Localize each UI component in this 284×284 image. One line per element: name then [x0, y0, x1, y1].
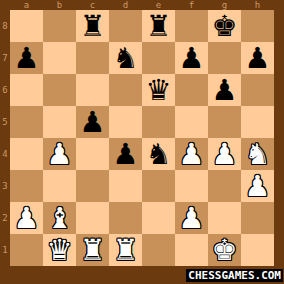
square-d1[interactable]: ♜	[109, 234, 142, 266]
chess-board: ♜♜♚♟♞♟♟♛♟♟♟♟♞♟♟♞♟♟♝♟♛♜♜♚	[10, 10, 274, 266]
white-rook: ♜	[113, 234, 139, 266]
rank-labels: 87654321	[0, 10, 10, 266]
square-b2[interactable]: ♝	[43, 202, 76, 234]
white-pawn: ♟	[14, 202, 40, 234]
square-b3[interactable]	[43, 170, 76, 202]
rank-label-2: 2	[0, 202, 10, 234]
square-h7[interactable]: ♟	[241, 42, 274, 74]
square-b4[interactable]: ♟	[43, 138, 76, 170]
square-c3[interactable]	[76, 170, 109, 202]
square-c1[interactable]: ♜	[76, 234, 109, 266]
black-knight: ♞	[146, 138, 172, 170]
file-label-g: g	[208, 0, 241, 10]
white-pawn: ♟	[179, 138, 205, 170]
square-a3[interactable]	[10, 170, 43, 202]
square-f3[interactable]	[175, 170, 208, 202]
square-g1[interactable]: ♚	[208, 234, 241, 266]
file-labels: abcdefgh	[10, 0, 274, 10]
rank-label-6: 6	[0, 74, 10, 106]
square-h3[interactable]: ♟	[241, 170, 274, 202]
square-d6[interactable]	[109, 74, 142, 106]
rank-label-5: 5	[0, 106, 10, 138]
white-pawn: ♟	[47, 138, 73, 170]
square-d8[interactable]	[109, 10, 142, 42]
white-pawn: ♟	[212, 138, 238, 170]
square-h8[interactable]	[241, 10, 274, 42]
square-d2[interactable]	[109, 202, 142, 234]
square-g8[interactable]: ♚	[208, 10, 241, 42]
square-c7[interactable]	[76, 42, 109, 74]
black-pawn: ♟	[245, 42, 271, 74]
square-c2[interactable]	[76, 202, 109, 234]
square-e8[interactable]: ♜	[142, 10, 175, 42]
square-e5[interactable]	[142, 106, 175, 138]
square-b1[interactable]: ♛	[43, 234, 76, 266]
square-h2[interactable]	[241, 202, 274, 234]
square-a6[interactable]	[10, 74, 43, 106]
black-rook: ♜	[80, 10, 106, 42]
square-b7[interactable]	[43, 42, 76, 74]
square-h5[interactable]	[241, 106, 274, 138]
square-d7[interactable]: ♞	[109, 42, 142, 74]
square-f1[interactable]	[175, 234, 208, 266]
file-label-a: a	[10, 0, 43, 10]
square-g6[interactable]: ♟	[208, 74, 241, 106]
rank-label-1: 1	[0, 234, 10, 266]
chess-diagram: abcdefgh 87654321 ♜♜♚♟♞♟♟♛♟♟♟♟♞♟♟♞♟♟♝♟♛♜…	[0, 0, 284, 284]
square-f6[interactable]	[175, 74, 208, 106]
square-c8[interactable]: ♜	[76, 10, 109, 42]
square-f2[interactable]: ♟	[175, 202, 208, 234]
square-g3[interactable]	[208, 170, 241, 202]
square-h4[interactable]: ♞	[241, 138, 274, 170]
black-knight: ♞	[113, 42, 139, 74]
square-a8[interactable]	[10, 10, 43, 42]
black-pawn: ♟	[14, 42, 40, 74]
square-c6[interactable]	[76, 74, 109, 106]
white-pawn: ♟	[179, 202, 205, 234]
square-b6[interactable]	[43, 74, 76, 106]
square-f8[interactable]	[175, 10, 208, 42]
white-bishop: ♝	[47, 202, 73, 234]
white-knight: ♞	[245, 138, 271, 170]
file-label-e: e	[142, 0, 175, 10]
square-g2[interactable]	[208, 202, 241, 234]
square-f5[interactable]	[175, 106, 208, 138]
black-queen: ♛	[146, 74, 172, 106]
square-e1[interactable]	[142, 234, 175, 266]
file-label-b: b	[43, 0, 76, 10]
square-a2[interactable]: ♟	[10, 202, 43, 234]
square-f4[interactable]: ♟	[175, 138, 208, 170]
rank-label-7: 7	[0, 42, 10, 74]
square-e7[interactable]	[142, 42, 175, 74]
black-pawn: ♟	[80, 106, 106, 138]
square-g4[interactable]: ♟	[208, 138, 241, 170]
black-king: ♚	[212, 10, 238, 42]
square-c5[interactable]: ♟	[76, 106, 109, 138]
file-label-d: d	[109, 0, 142, 10]
square-a5[interactable]	[10, 106, 43, 138]
white-pawn: ♟	[245, 170, 271, 202]
black-pawn: ♟	[212, 74, 238, 106]
square-b8[interactable]	[43, 10, 76, 42]
square-e6[interactable]: ♛	[142, 74, 175, 106]
white-rook: ♜	[80, 234, 106, 266]
rank-label-3: 3	[0, 170, 10, 202]
square-c4[interactable]	[76, 138, 109, 170]
square-e2[interactable]	[142, 202, 175, 234]
rank-label-4: 4	[0, 138, 10, 170]
square-g5[interactable]	[208, 106, 241, 138]
square-h1[interactable]	[241, 234, 274, 266]
chessgames-watermark: CHESSGAMES.COM	[186, 269, 283, 282]
square-e3[interactable]	[142, 170, 175, 202]
white-king: ♚	[212, 234, 238, 266]
square-g7[interactable]	[208, 42, 241, 74]
black-pawn: ♟	[113, 138, 139, 170]
square-h6[interactable]	[241, 74, 274, 106]
black-rook: ♜	[146, 10, 172, 42]
square-a7[interactable]: ♟	[10, 42, 43, 74]
file-label-f: f	[175, 0, 208, 10]
square-d5[interactable]	[109, 106, 142, 138]
square-a4[interactable]	[10, 138, 43, 170]
file-label-h: h	[241, 0, 274, 10]
square-d4[interactable]: ♟	[109, 138, 142, 170]
square-f7[interactable]: ♟	[175, 42, 208, 74]
file-label-c: c	[76, 0, 109, 10]
square-b5[interactable]	[43, 106, 76, 138]
square-e4[interactable]: ♞	[142, 138, 175, 170]
square-a1[interactable]	[10, 234, 43, 266]
black-pawn: ♟	[179, 42, 205, 74]
square-d3[interactable]	[109, 170, 142, 202]
rank-label-8: 8	[0, 10, 10, 42]
white-queen: ♛	[47, 234, 73, 266]
